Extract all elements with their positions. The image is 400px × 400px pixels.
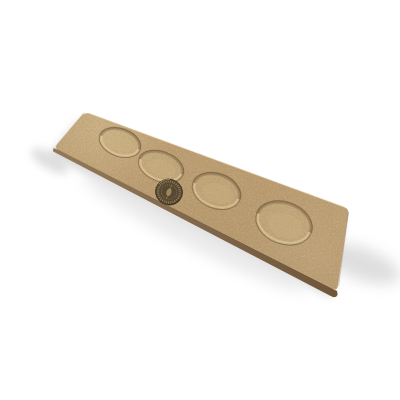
flight-tray-product-photo [0,0,400,400]
scene-canvas [0,0,400,400]
